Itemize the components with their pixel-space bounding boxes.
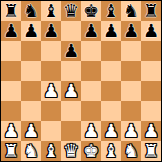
square-g2[interactable]: ♟ [121,121,141,141]
square-f3[interactable] [101,101,121,121]
piece-black-pawn[interactable]: ♟ [123,21,139,41]
piece-white-rook[interactable]: ♜ [3,141,19,161]
piece-white-pawn[interactable]: ♟ [23,121,39,141]
square-c2[interactable] [41,121,61,141]
piece-white-pawn[interactable]: ♟ [123,121,139,141]
square-f6[interactable] [101,41,121,61]
piece-white-pawn[interactable]: ♟ [43,81,59,101]
square-h3[interactable] [141,101,161,121]
square-b4[interactable] [21,81,41,101]
square-c5[interactable] [41,61,61,81]
piece-white-knight[interactable]: ♞ [123,141,139,161]
piece-black-queen[interactable]: ♛ [63,1,79,21]
square-a2[interactable]: ♟ [1,121,21,141]
square-d3[interactable] [61,101,81,121]
square-d4[interactable]: ♟ [61,81,81,101]
square-d5[interactable] [61,61,81,81]
square-c6[interactable] [41,41,61,61]
piece-black-knight[interactable]: ♞ [123,1,139,21]
square-c3[interactable] [41,101,61,121]
piece-white-bishop[interactable]: ♝ [103,141,119,161]
piece-black-pawn[interactable]: ♟ [83,21,99,41]
square-e1[interactable]: ♚ [81,141,101,161]
square-e4[interactable] [81,81,101,101]
square-e2[interactable]: ♟ [81,121,101,141]
piece-black-rook[interactable]: ♜ [143,1,159,21]
chess-board: ♜♞♝♛♚♝♞♜♟♟♟♟♟♟♟♟♟♟♟♟♟♟♟♟♜♞♝♛♚♝♞♜ [0,0,162,162]
square-a6[interactable] [1,41,21,61]
piece-black-pawn[interactable]: ♟ [143,21,159,41]
piece-white-pawn[interactable]: ♟ [63,81,79,101]
square-c8[interactable]: ♝ [41,1,61,21]
square-a7[interactable]: ♟ [1,21,21,41]
piece-white-rook[interactable]: ♜ [143,141,159,161]
square-g4[interactable] [121,81,141,101]
square-a1[interactable]: ♜ [1,141,21,161]
piece-black-pawn[interactable]: ♟ [43,21,59,41]
piece-white-pawn[interactable]: ♟ [143,121,159,141]
piece-white-king[interactable]: ♚ [83,141,99,161]
square-e6[interactable] [81,41,101,61]
piece-black-pawn[interactable]: ♟ [63,41,79,61]
square-g8[interactable]: ♞ [121,1,141,21]
square-f2[interactable]: ♟ [101,121,121,141]
square-b8[interactable]: ♞ [21,1,41,21]
square-a4[interactable] [1,81,21,101]
piece-black-bishop[interactable]: ♝ [43,1,59,21]
square-b1[interactable]: ♞ [21,141,41,161]
square-g3[interactable] [121,101,141,121]
square-f7[interactable]: ♟ [101,21,121,41]
square-g5[interactable] [121,61,141,81]
square-b7[interactable]: ♟ [21,21,41,41]
square-g7[interactable]: ♟ [121,21,141,41]
square-d6[interactable]: ♟ [61,41,81,61]
piece-black-pawn[interactable]: ♟ [23,21,39,41]
square-d7[interactable] [61,21,81,41]
square-f1[interactable]: ♝ [101,141,121,161]
board-wrap: ♜♞♝♛♚♝♞♜♟♟♟♟♟♟♟♟♟♟♟♟♟♟♟♟♜♞♝♛♚♝♞♜ [0,0,162,162]
square-e3[interactable] [81,101,101,121]
piece-black-rook[interactable]: ♜ [3,1,19,21]
piece-white-knight[interactable]: ♞ [23,141,39,161]
square-c1[interactable]: ♝ [41,141,61,161]
piece-black-knight[interactable]: ♞ [23,1,39,21]
square-h4[interactable] [141,81,161,101]
piece-white-queen[interactable]: ♛ [63,141,79,161]
square-h7[interactable]: ♟ [141,21,161,41]
square-b3[interactable] [21,101,41,121]
square-d2[interactable] [61,121,81,141]
piece-black-pawn[interactable]: ♟ [3,21,19,41]
piece-black-bishop[interactable]: ♝ [103,1,119,21]
piece-white-pawn[interactable]: ♟ [103,121,119,141]
square-a3[interactable] [1,101,21,121]
square-e7[interactable]: ♟ [81,21,101,41]
square-h5[interactable] [141,61,161,81]
square-h8[interactable]: ♜ [141,1,161,21]
square-h2[interactable]: ♟ [141,121,161,141]
square-d8[interactable]: ♛ [61,1,81,21]
square-c4[interactable]: ♟ [41,81,61,101]
square-g6[interactable] [121,41,141,61]
square-a8[interactable]: ♜ [1,1,21,21]
piece-white-pawn[interactable]: ♟ [83,121,99,141]
piece-black-king[interactable]: ♚ [83,1,99,21]
square-h1[interactable]: ♜ [141,141,161,161]
square-f5[interactable] [101,61,121,81]
square-b6[interactable] [21,41,41,61]
square-e8[interactable]: ♚ [81,1,101,21]
square-g1[interactable]: ♞ [121,141,141,161]
square-e5[interactable] [81,61,101,81]
piece-white-bishop[interactable]: ♝ [43,141,59,161]
piece-black-pawn[interactable]: ♟ [103,21,119,41]
square-f8[interactable]: ♝ [101,1,121,21]
piece-white-pawn[interactable]: ♟ [3,121,19,141]
square-b2[interactable]: ♟ [21,121,41,141]
square-a5[interactable] [1,61,21,81]
square-h6[interactable] [141,41,161,61]
square-c7[interactable]: ♟ [41,21,61,41]
square-d1[interactable]: ♛ [61,141,81,161]
square-b5[interactable] [21,61,41,81]
square-f4[interactable] [101,81,121,101]
